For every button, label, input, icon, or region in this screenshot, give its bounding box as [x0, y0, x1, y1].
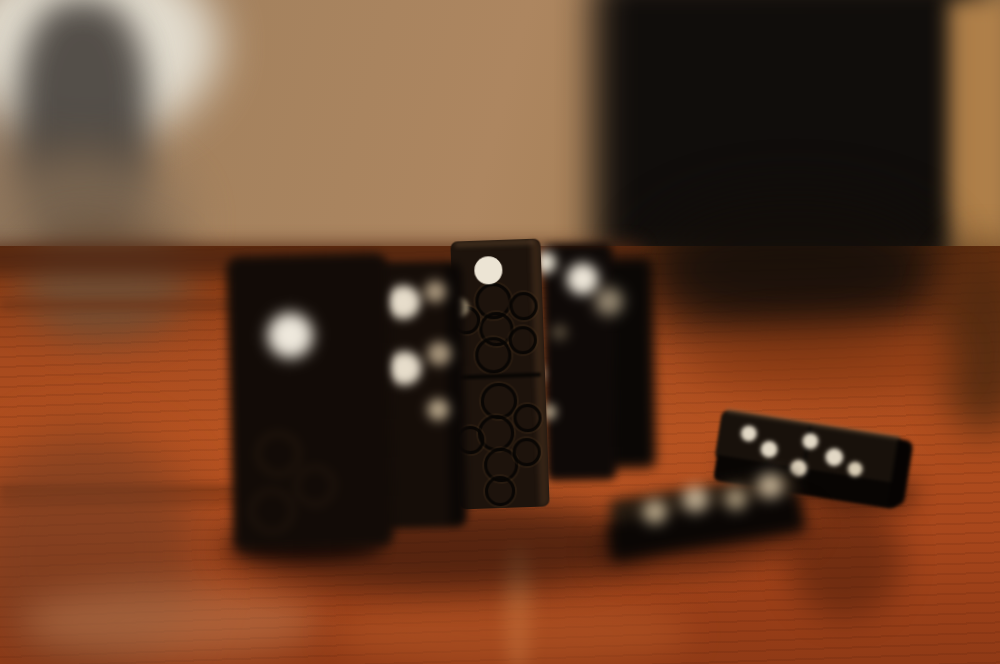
standing-domino-1-front [226, 253, 394, 550]
horizon-glow-right [690, 325, 960, 395]
highlight-bottom-left [20, 586, 320, 658]
dark-object-left-lower [20, 225, 190, 340]
standing-domino-4 [542, 243, 616, 480]
dark-object-right-extension [640, 195, 950, 345]
dominoes-photo [0, 0, 1000, 664]
sheen-bottom-center [330, 598, 690, 664]
